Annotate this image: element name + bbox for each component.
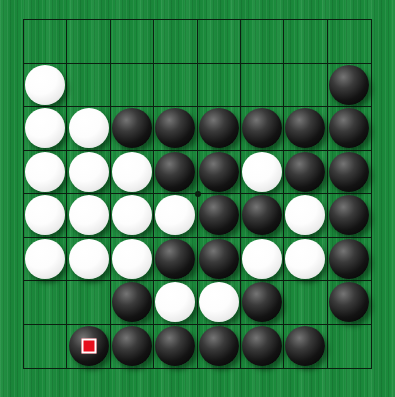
white-disc [25,195,65,235]
white-disc [155,282,195,322]
black-disc [199,195,239,235]
board-cell[interactable] [111,151,154,195]
board-cell[interactable] [284,325,327,369]
black-disc [329,152,369,192]
board-cell[interactable] [67,20,110,64]
board-cell[interactable] [24,194,67,238]
board-cell[interactable] [67,194,110,238]
black-disc [199,108,239,148]
board-cell[interactable] [328,64,371,108]
black-disc [329,195,369,235]
board-cell[interactable] [154,281,197,325]
board-cell[interactable] [241,281,284,325]
board-cell[interactable] [328,107,371,151]
board-cell[interactable] [284,64,327,108]
white-disc [69,152,109,192]
white-disc [199,282,239,322]
board-cell[interactable] [284,107,327,151]
black-disc [69,326,109,366]
board-cell[interactable] [111,64,154,108]
board-cell[interactable] [67,281,110,325]
board-cell[interactable] [241,64,284,108]
white-disc [69,239,109,279]
board-cell[interactable] [328,281,371,325]
othello-game-screen [0,0,395,397]
board-cell[interactable] [111,20,154,64]
board-cell[interactable] [154,325,197,369]
black-disc [155,108,195,148]
board-cell[interactable] [24,281,67,325]
board-cell[interactable] [111,238,154,282]
board-cell[interactable] [111,281,154,325]
board-cell[interactable] [198,238,241,282]
board-cell[interactable] [198,325,241,369]
board-cell[interactable] [198,107,241,151]
black-disc [329,108,369,148]
board-cell[interactable] [328,151,371,195]
board-cell[interactable] [24,20,67,64]
board-cell[interactable] [328,238,371,282]
black-disc [199,152,239,192]
black-disc [285,152,325,192]
board-cell[interactable] [24,325,67,369]
black-disc [242,282,282,322]
board-cell[interactable] [328,194,371,238]
black-disc [155,326,195,366]
last-move-marker [81,339,96,354]
board-cell[interactable] [198,20,241,64]
board-cell[interactable] [328,20,371,64]
black-disc [199,326,239,366]
white-disc [242,152,282,192]
board-cell[interactable] [284,281,327,325]
white-disc [242,239,282,279]
black-disc [112,108,152,148]
board-cell[interactable] [284,238,327,282]
black-disc [112,282,152,322]
board-cell[interactable] [198,194,241,238]
board-cell[interactable] [154,20,197,64]
black-disc [199,239,239,279]
board-cell[interactable] [67,107,110,151]
board-cell[interactable] [154,107,197,151]
board-cell[interactable] [67,238,110,282]
board-cell[interactable] [241,238,284,282]
board-cell[interactable] [241,325,284,369]
board-cell[interactable] [241,107,284,151]
black-disc [242,326,282,366]
board-cell[interactable] [284,20,327,64]
board-cell[interactable] [198,281,241,325]
white-disc [155,195,195,235]
black-disc [285,108,325,148]
board-cell[interactable] [111,107,154,151]
center-star-point [195,191,201,197]
white-disc [69,108,109,148]
board-cell[interactable] [284,194,327,238]
white-disc [25,152,65,192]
white-disc [25,239,65,279]
othello-board [23,19,372,369]
board-cell[interactable] [154,151,197,195]
board-cell[interactable] [24,107,67,151]
white-disc [285,195,325,235]
board-cell[interactable] [198,151,241,195]
white-disc [25,65,65,105]
black-disc [329,282,369,322]
board-cell[interactable] [154,194,197,238]
board-cell[interactable] [67,151,110,195]
black-disc [112,326,152,366]
board-cell[interactable] [67,325,110,369]
board-cell[interactable] [198,64,241,108]
black-disc [329,65,369,105]
white-disc [112,195,152,235]
black-disc [155,152,195,192]
black-disc [242,108,282,148]
white-disc [285,239,325,279]
board-cell[interactable] [24,151,67,195]
white-disc [25,108,65,148]
board-cell[interactable] [67,64,110,108]
board-cell[interactable] [111,325,154,369]
black-disc [155,239,195,279]
black-disc [242,195,282,235]
board-cell[interactable] [24,64,67,108]
board-cell[interactable] [154,64,197,108]
board-cell[interactable] [24,238,67,282]
black-disc [285,326,325,366]
white-disc [112,239,152,279]
board-cell[interactable] [241,151,284,195]
board-cell[interactable] [241,194,284,238]
board-cell[interactable] [284,151,327,195]
board-cell[interactable] [154,238,197,282]
black-disc [329,239,369,279]
white-disc [112,152,152,192]
board-cell[interactable] [328,325,371,369]
board-cell[interactable] [241,20,284,64]
white-disc [69,195,109,235]
board-cell[interactable] [111,194,154,238]
